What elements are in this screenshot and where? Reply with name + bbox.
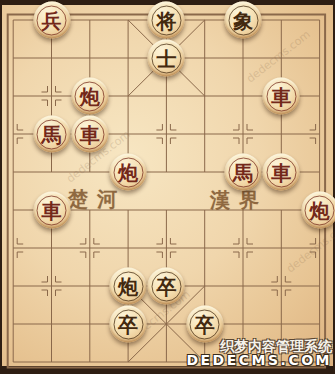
piece-black-f4r8[interactable]: 炮 <box>110 268 147 305</box>
piece-red-f2r1[interactable]: 兵 <box>33 2 70 39</box>
piece-glyph: 車 <box>271 86 291 106</box>
piece-black-f6r9[interactable]: 卒 <box>186 306 223 343</box>
river-label-chuhe: 楚河 <box>68 186 126 213</box>
piece-glyph: 卒 <box>118 314 138 334</box>
piece-red-f4r5[interactable]: 炮 <box>110 154 147 191</box>
piece-glyph: 炮 <box>118 162 138 182</box>
piece-black-f4r9[interactable]: 卒 <box>110 306 147 343</box>
piece-black-f5r8[interactable]: 卒 <box>148 268 185 305</box>
piece-glyph: 卒 <box>195 314 215 334</box>
river-label-hanjie: 漢界 <box>210 187 268 214</box>
piece-glyph: 馬 <box>233 162 253 182</box>
piece-red-f9r6[interactable]: 炮 <box>301 192 335 229</box>
piece-red-f3r3[interactable]: 炮 <box>71 78 108 115</box>
piece-glyph: 炮 <box>310 200 330 220</box>
piece-glyph: 炮 <box>80 86 100 106</box>
site-watermark-en: DEDECMS.COM <box>186 353 332 368</box>
piece-glyph: 車 <box>271 162 291 182</box>
piece-black-f7r1[interactable]: 象 <box>225 2 262 39</box>
site-watermark: 织梦内容管理系统 DEDECMS.COM <box>186 339 332 368</box>
piece-glyph: 士 <box>156 48 176 68</box>
piece-glyph: 卒 <box>156 276 176 296</box>
xiangqi-screenshot: 楚河 漢界 dedecms.com dedecms.com dedecms.co… <box>0 0 335 374</box>
piece-glyph: 炮 <box>118 276 138 296</box>
piece-black-f5r1[interactable]: 将 <box>148 2 185 39</box>
piece-glyph: 車 <box>80 124 100 144</box>
piece-glyph: 象 <box>233 10 253 30</box>
piece-glyph: 馬 <box>42 124 62 144</box>
piece-red-f2r4[interactable]: 馬 <box>33 116 70 153</box>
piece-glyph: 将 <box>156 10 176 30</box>
piece-red-f2r6[interactable]: 車 <box>33 192 70 229</box>
site-watermark-cn: 织梦内容管理系统 <box>186 339 332 354</box>
piece-glyph: 兵 <box>42 10 62 30</box>
piece-black-f5r2[interactable]: 士 <box>148 40 185 77</box>
piece-red-f8r5[interactable]: 車 <box>263 154 300 191</box>
piece-red-f7r5[interactable]: 馬 <box>225 154 262 191</box>
piece-red-f3r4[interactable]: 車 <box>71 116 108 153</box>
piece-red-f8r3[interactable]: 車 <box>263 78 300 115</box>
piece-glyph: 車 <box>42 200 62 220</box>
